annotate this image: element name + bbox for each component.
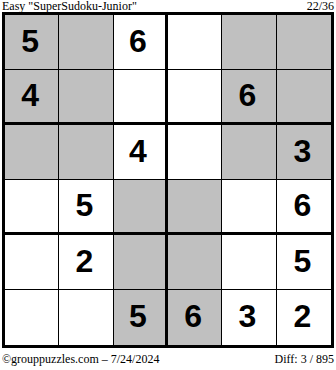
- cell-r5c2-given-2[interactable]: 2: [59, 235, 113, 290]
- cell-r4c2-given-5[interactable]: 5: [59, 180, 113, 235]
- cell-r4c3-empty[interactable]: [114, 180, 168, 235]
- cell-r5c4-empty[interactable]: [168, 235, 222, 290]
- empty-cell-counter: 22/36: [307, 0, 334, 12]
- cell-r5c5-empty[interactable]: [222, 235, 276, 290]
- header: Easy "SuperSudoku-Junior" 22/36: [2, 0, 334, 12]
- cell-r6c6-given-2[interactable]: 2: [277, 290, 331, 345]
- cell-r4c4-empty[interactable]: [168, 180, 222, 235]
- cell-r3c5-empty[interactable]: [222, 125, 276, 180]
- cell-r3c2-empty[interactable]: [59, 125, 113, 180]
- cell-r3c4-empty[interactable]: [168, 125, 222, 180]
- cell-r1c6-empty[interactable]: [277, 15, 331, 70]
- cell-r5c6-given-5[interactable]: 5: [277, 235, 331, 290]
- cell-r6c2-empty[interactable]: [59, 290, 113, 345]
- cell-r6c1-empty[interactable]: [5, 290, 59, 345]
- cell-r4c6-given-6[interactable]: 6: [277, 180, 331, 235]
- cell-r6c5-given-3[interactable]: 3: [222, 290, 276, 345]
- cell-r4c5-empty[interactable]: [222, 180, 276, 235]
- footer: ©grouppuzzles.com – 7/24/2024 Diff: 3 / …: [2, 353, 334, 366]
- cell-r6c3-given-5[interactable]: 5: [114, 290, 168, 345]
- cell-r3c1-empty[interactable]: [5, 125, 59, 180]
- cell-r4c1-empty[interactable]: [5, 180, 59, 235]
- sudoku-board: 56464356255632: [2, 12, 334, 348]
- copyright-date: ©grouppuzzles.com – 7/24/2024: [2, 353, 159, 366]
- puzzle-page: Easy "SuperSudoku-Junior" 22/36 56464356…: [0, 0, 336, 370]
- difficulty-rating: Diff: 3 / 895: [275, 353, 334, 366]
- cell-r2c1-given-4[interactable]: 4: [5, 70, 59, 125]
- cell-r2c5-given-6[interactable]: 6: [222, 70, 276, 125]
- puzzle-title: Easy "SuperSudoku-Junior": [2, 0, 137, 12]
- cell-r2c3-empty[interactable]: [114, 70, 168, 125]
- cell-r5c3-empty[interactable]: [114, 235, 168, 290]
- cell-r1c1-given-5[interactable]: 5: [5, 15, 59, 70]
- cell-r2c4-empty[interactable]: [168, 70, 222, 125]
- cell-r3c6-given-3[interactable]: 3: [277, 125, 331, 180]
- cell-r3c3-given-4[interactable]: 4: [114, 125, 168, 180]
- cell-r1c3-given-6[interactable]: 6: [114, 15, 168, 70]
- cell-r6c4-given-6[interactable]: 6: [168, 290, 222, 345]
- cell-r1c4-empty[interactable]: [168, 15, 222, 70]
- cell-r2c2-empty[interactable]: [59, 70, 113, 125]
- cell-r1c5-empty[interactable]: [222, 15, 276, 70]
- cell-r5c1-empty[interactable]: [5, 235, 59, 290]
- cell-r1c2-empty[interactable]: [59, 15, 113, 70]
- cell-r2c6-empty[interactable]: [277, 70, 331, 125]
